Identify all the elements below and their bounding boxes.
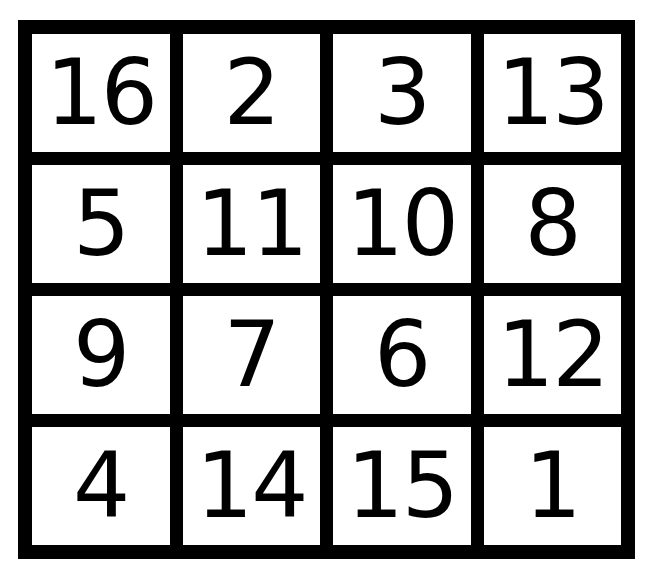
cell-r1c2: 10 bbox=[333, 165, 471, 283]
cell-r2c2: 6 bbox=[333, 296, 471, 414]
cell-r1c0: 5 bbox=[32, 165, 170, 283]
cell-r2c3: 12 bbox=[484, 296, 622, 414]
cell-r2c1: 7 bbox=[183, 296, 321, 414]
cell-r3c2: 15 bbox=[333, 427, 471, 545]
cell-r0c0: 16 bbox=[32, 34, 170, 152]
cell-r1c1: 11 bbox=[183, 165, 321, 283]
magic-square-board: 16 2 3 13 5 11 10 8 9 7 6 12 4 14 15 1 bbox=[18, 20, 635, 559]
cell-r0c2: 3 bbox=[333, 34, 471, 152]
cell-r3c1: 14 bbox=[183, 427, 321, 545]
cell-r3c0: 4 bbox=[32, 427, 170, 545]
cell-r0c1: 2 bbox=[183, 34, 321, 152]
cell-r3c3: 1 bbox=[484, 427, 622, 545]
cell-r2c0: 9 bbox=[32, 296, 170, 414]
cell-r0c3: 13 bbox=[484, 34, 622, 152]
cell-r1c3: 8 bbox=[484, 165, 622, 283]
